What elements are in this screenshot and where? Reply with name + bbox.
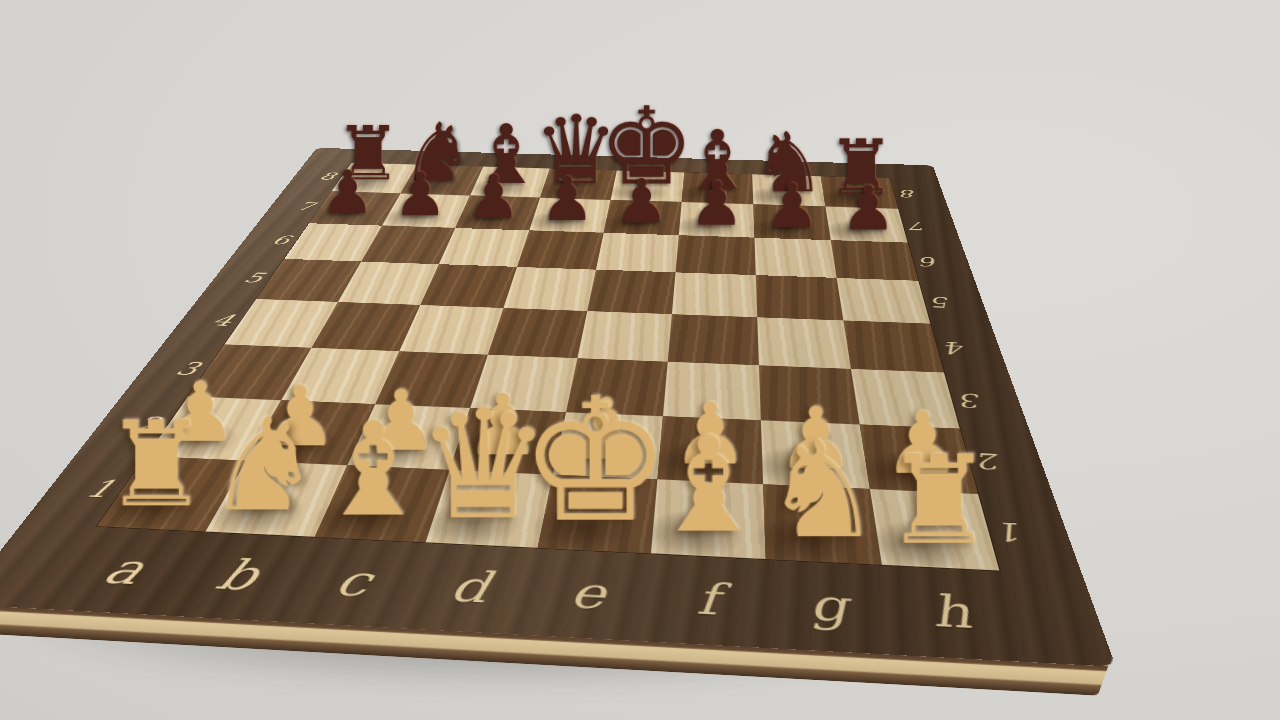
- square-f6[interactable]: [676, 235, 756, 275]
- rank-label-left-4: 4: [207, 311, 238, 330]
- square-h6[interactable]: [831, 240, 919, 281]
- file-label-f: f: [695, 573, 718, 624]
- white-bishop-f1[interactable]: ♝: [649, 423, 767, 549]
- black-pawn-a7[interactable]: ♟: [321, 164, 375, 221]
- playfield: ♜♞♝♛♚♝♞♜♟♟♟♟♟♟♟♟♟♟♟♟♟♟♟♟♜♞♝♛♚♝♞♜: [97, 163, 999, 571]
- black-pawn-e7[interactable]: ♟: [614, 173, 669, 231]
- piece-anchor: ♟: [830, 237, 906, 239]
- square-h1[interactable]: ♜: [870, 489, 999, 571]
- file-label-g: g: [807, 579, 850, 632]
- square-f7[interactable]: ♟: [679, 202, 755, 238]
- square-d5[interactable]: [503, 267, 596, 311]
- white-rook-a1[interactable]: ♜: [103, 409, 209, 521]
- rank-label-right-8: 8: [899, 187, 918, 199]
- square-e4[interactable]: [577, 311, 671, 362]
- scene: 87654321 ♜♞♝♛♚♝♞♜♟♟♟♟♟♟♟♟♟♟♟♟♟♟♟♟♜♞♝♛♚♝♞…: [0, 0, 1280, 720]
- square-e7[interactable]: ♟: [604, 200, 682, 235]
- black-pawn-c7[interactable]: ♟: [466, 168, 520, 225]
- black-pawn-b7[interactable]: ♟: [393, 166, 447, 223]
- square-f1[interactable]: ♝: [651, 479, 766, 559]
- rank-label-left-6: 6: [268, 233, 294, 248]
- square-f5[interactable]: [672, 272, 757, 317]
- rank-label-right-5: 5: [930, 293, 953, 311]
- file-label-c: c: [328, 556, 379, 606]
- white-bishop-c1[interactable]: ♝: [315, 408, 431, 531]
- square-h7[interactable]: ♟: [825, 207, 907, 243]
- square-g7[interactable]: ♟: [753, 204, 830, 240]
- rank-label-right-7: 7: [909, 219, 929, 233]
- square-e6[interactable]: [596, 233, 679, 273]
- rank-label-right-1: 1: [996, 516, 1030, 547]
- square-d4[interactable]: [488, 308, 587, 358]
- square-g4[interactable]: [757, 317, 851, 369]
- chess-board: 87654321 ♜♞♝♛♚♝♞♜♟♟♟♟♟♟♟♟♟♟♟♟♟♟♟♟♜♞♝♛♚♝♞…: [0, 148, 1116, 667]
- rank-label-left-5: 5: [240, 270, 268, 286]
- square-g1[interactable]: ♞: [763, 484, 882, 565]
- white-knight-b1[interactable]: ♞: [206, 404, 322, 527]
- rank-label-right-3: 3: [958, 389, 986, 412]
- square-f4[interactable]: [668, 314, 759, 365]
- file-label-e: e: [567, 567, 609, 618]
- black-pawn-g7[interactable]: ♟: [765, 177, 820, 235]
- square-h4[interactable]: [843, 320, 944, 372]
- black-pawn-f7[interactable]: ♟: [689, 175, 744, 233]
- square-g5[interactable]: [756, 275, 844, 320]
- white-knight-g1[interactable]: ♞: [763, 427, 882, 553]
- square-h5[interactable]: [837, 278, 931, 324]
- square-c6[interactable]: [439, 228, 529, 267]
- rank-label-right-4: 4: [944, 338, 969, 358]
- square-c5[interactable]: [420, 264, 517, 308]
- white-rook-h1[interactable]: ♜: [884, 443, 994, 560]
- black-pawn-d7[interactable]: ♟: [540, 171, 594, 229]
- square-e5[interactable]: [587, 270, 675, 315]
- file-label-a: a: [94, 545, 157, 594]
- square-e1[interactable]: ♚: [538, 475, 658, 554]
- rank-label-right-6: 6: [919, 254, 941, 270]
- file-label-d: d: [445, 561, 495, 612]
- file-label-b: b: [208, 550, 268, 600]
- square-g6[interactable]: [754, 238, 836, 278]
- square-d6[interactable]: [517, 230, 604, 269]
- black-pawn-h7[interactable]: ♟: [841, 179, 896, 238]
- file-label-h: h: [926, 585, 976, 639]
- photo-backdrop: { "game": "chess", "position": { "fen": …: [0, 0, 1280, 720]
